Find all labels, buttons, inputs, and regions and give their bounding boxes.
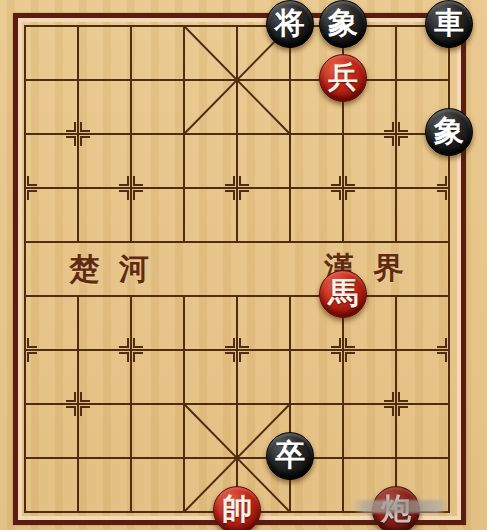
black-elephant[interactable]: 象 — [319, 0, 367, 48]
black-elephant-glyph: 象 — [434, 116, 464, 146]
black-general[interactable]: 将 — [266, 0, 314, 48]
point-marker — [331, 176, 355, 200]
black-soldier[interactable]: 卒 — [266, 432, 314, 480]
point-marker — [66, 122, 90, 146]
point-marker — [225, 176, 249, 200]
blur-artifact — [352, 500, 449, 513]
black-general-glyph: 将 — [275, 8, 305, 38]
black-chariot[interactable]: 車 — [425, 0, 473, 48]
point-marker — [437, 176, 461, 200]
point-marker — [13, 338, 37, 362]
point-marker — [331, 338, 355, 362]
black-elephant-glyph: 象 — [328, 8, 358, 38]
point-marker — [119, 338, 143, 362]
point-marker — [119, 176, 143, 200]
black-elephant[interactable]: 象 — [425, 108, 473, 156]
red-horse-glyph: 馬 — [328, 278, 358, 308]
red-general-glyph: 帥 — [222, 494, 252, 524]
red-general[interactable]: 帥 — [213, 486, 261, 530]
black-chariot-glyph: 車 — [434, 8, 464, 38]
point-marker — [384, 122, 408, 146]
red-soldier-glyph: 兵 — [328, 62, 358, 92]
red-horse[interactable]: 馬 — [319, 270, 367, 318]
point-marker — [66, 392, 90, 416]
point-marker — [384, 392, 408, 416]
point-marker — [13, 176, 37, 200]
black-soldier-glyph: 卒 — [275, 440, 305, 470]
red-soldier[interactable]: 兵 — [319, 54, 367, 102]
xiangqi-board: 楚 河 漢 界 将象車兵象馬卒帥炮 — [0, 0, 487, 530]
point-marker — [437, 338, 461, 362]
river-label-chu-he: 楚 河 — [69, 249, 155, 290]
point-marker — [225, 338, 249, 362]
